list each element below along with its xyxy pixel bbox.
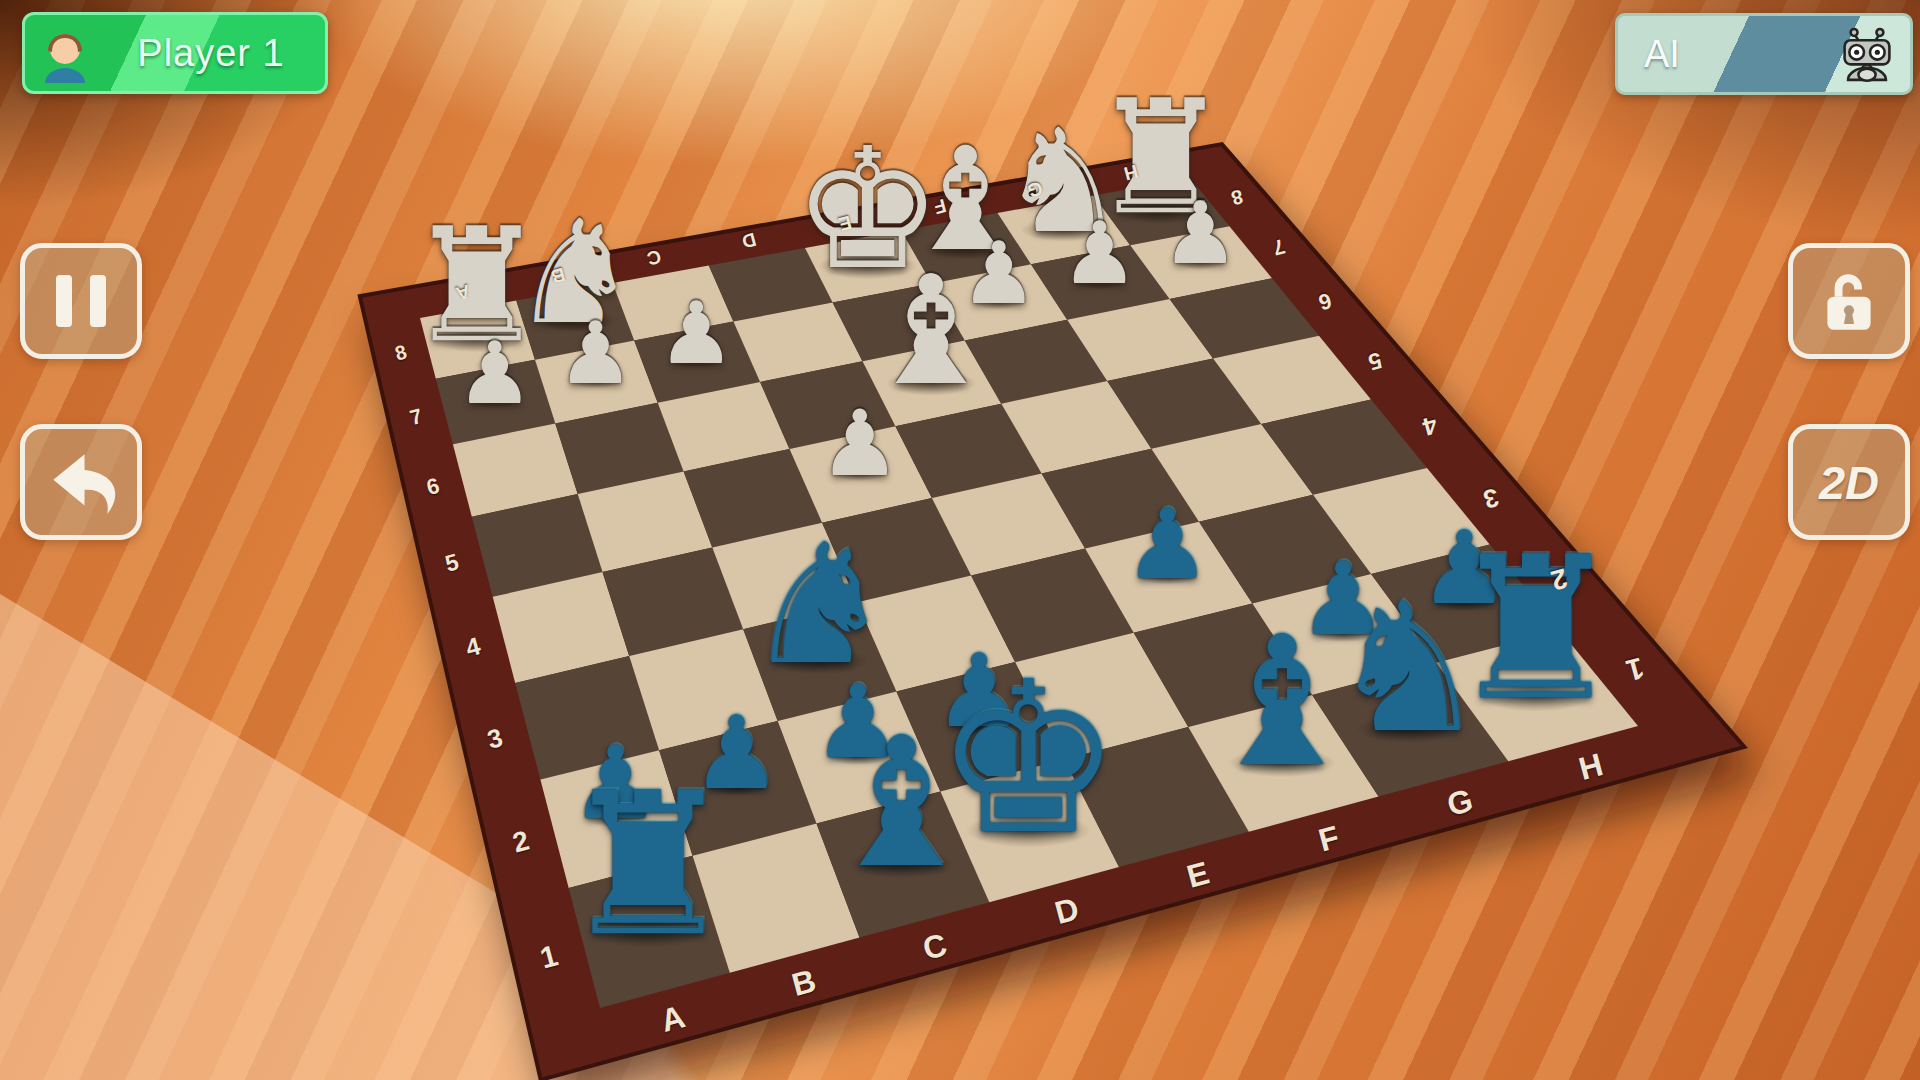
silver-pawn-d5[interactable]: ♟ xyxy=(819,398,901,489)
undo-arrow-icon xyxy=(42,443,120,521)
open-padlock-icon xyxy=(1813,265,1885,337)
pause-icon xyxy=(56,275,106,327)
pause-button[interactable] xyxy=(20,243,142,359)
silver-pawn-a7[interactable]: ♟ xyxy=(456,329,533,415)
blue-bishop-f1[interactable]: ♝ xyxy=(1202,612,1362,791)
game-scene: AABBCCDDEEFFGGHH1122334455667788 ♜♝♚♝♞♜♟… xyxy=(0,0,1920,1080)
blue-pawn-f3[interactable]: ♟ xyxy=(1124,495,1211,592)
silver-pawn-g7[interactable]: ♟ xyxy=(1061,210,1138,296)
silver-pawn-h7[interactable]: ♟ xyxy=(1162,190,1239,276)
undo-button[interactable] xyxy=(20,424,142,540)
view-2d-button[interactable]: 2D xyxy=(1788,424,1910,540)
lock-button[interactable] xyxy=(1788,243,1910,359)
silver-pawn-b7[interactable]: ♟ xyxy=(557,309,634,395)
2d-label: 2D xyxy=(1819,455,1879,510)
blue-bishop-c1[interactable]: ♝ xyxy=(821,713,981,892)
pieces-layer: ♜♝♚♝♞♜♟♟♟♟♟♟♞♟♟♝♟♟♟♟♟♟♜♞♚♝♞♜ xyxy=(0,0,1920,1080)
silver-bishop-e6[interactable]: ♝ xyxy=(863,256,998,407)
silver-pawn-c7[interactable]: ♟ xyxy=(658,289,735,375)
blue-rook-a1[interactable]: ♜ xyxy=(559,766,736,963)
